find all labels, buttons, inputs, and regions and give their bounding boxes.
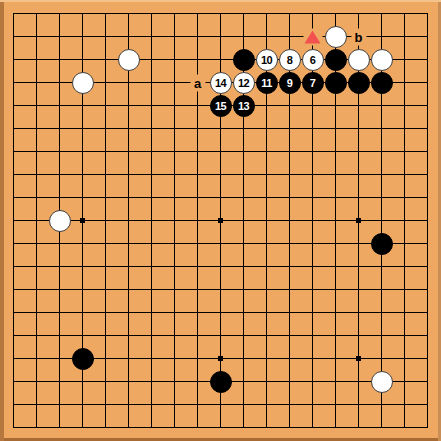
intersection-G8[interactable]	[140, 255, 163, 278]
intersection-S15[interactable]	[393, 94, 416, 117]
intersection-T3[interactable]	[416, 370, 439, 393]
intersection-J17[interactable]	[186, 48, 209, 71]
intersection-L3[interactable]	[232, 370, 255, 393]
intersection-D6[interactable]	[71, 301, 94, 324]
intersection-A8[interactable]	[2, 255, 25, 278]
intersection-E11[interactable]	[94, 186, 117, 209]
intersection-O18[interactable]	[301, 25, 324, 48]
intersection-L1[interactable]	[232, 416, 255, 439]
intersection-C13[interactable]	[48, 140, 71, 163]
intersection-T18[interactable]	[416, 25, 439, 48]
intersection-T12[interactable]	[416, 163, 439, 186]
intersection-P8[interactable]	[324, 255, 347, 278]
intersection-M2[interactable]	[255, 393, 278, 416]
intersection-K14[interactable]	[209, 117, 232, 140]
intersection-Q5[interactable]	[347, 324, 370, 347]
intersection-R2[interactable]	[370, 393, 393, 416]
intersection-B2[interactable]	[25, 393, 48, 416]
intersection-H8[interactable]	[163, 255, 186, 278]
intersection-E9[interactable]	[94, 232, 117, 255]
intersection-G4[interactable]	[140, 347, 163, 370]
intersection-T6[interactable]	[416, 301, 439, 324]
intersection-F7[interactable]	[117, 278, 140, 301]
intersection-J15[interactable]	[186, 94, 209, 117]
intersection-E8[interactable]	[94, 255, 117, 278]
intersection-H13[interactable]	[163, 140, 186, 163]
intersection-F15[interactable]	[117, 94, 140, 117]
intersection-O14[interactable]	[301, 117, 324, 140]
intersection-M9[interactable]	[255, 232, 278, 255]
intersection-A17[interactable]	[2, 48, 25, 71]
intersection-S11[interactable]	[393, 186, 416, 209]
intersection-A15[interactable]	[2, 94, 25, 117]
intersection-N15[interactable]	[278, 94, 301, 117]
intersection-P4[interactable]	[324, 347, 347, 370]
intersection-T19[interactable]	[416, 2, 439, 25]
intersection-N13[interactable]	[278, 140, 301, 163]
intersection-M14[interactable]	[255, 117, 278, 140]
intersection-P5[interactable]	[324, 324, 347, 347]
intersection-K6[interactable]	[209, 301, 232, 324]
intersection-E13[interactable]	[94, 140, 117, 163]
intersection-H14[interactable]	[163, 117, 186, 140]
intersection-F6[interactable]	[117, 301, 140, 324]
intersection-P13[interactable]	[324, 140, 347, 163]
intersection-K9[interactable]	[209, 232, 232, 255]
intersection-D5[interactable]	[71, 324, 94, 347]
intersection-F5[interactable]	[117, 324, 140, 347]
intersection-J8[interactable]	[186, 255, 209, 278]
intersection-H15[interactable]	[163, 94, 186, 117]
intersection-Q10[interactable]	[347, 209, 370, 232]
intersection-F13[interactable]	[117, 140, 140, 163]
intersection-P6[interactable]	[324, 301, 347, 324]
intersection-D10[interactable]	[71, 209, 94, 232]
intersection-J11[interactable]	[186, 186, 209, 209]
intersection-J12[interactable]	[186, 163, 209, 186]
intersection-N18[interactable]	[278, 25, 301, 48]
intersection-K7[interactable]	[209, 278, 232, 301]
intersection-P9[interactable]	[324, 232, 347, 255]
intersection-T9[interactable]	[416, 232, 439, 255]
intersection-K11[interactable]	[209, 186, 232, 209]
intersection-J2[interactable]	[186, 393, 209, 416]
intersection-C16[interactable]	[48, 71, 71, 94]
intersection-T10[interactable]	[416, 209, 439, 232]
intersection-L9[interactable]	[232, 232, 255, 255]
intersection-A7[interactable]	[2, 278, 25, 301]
intersection-H16[interactable]	[163, 71, 186, 94]
intersection-O1[interactable]	[301, 416, 324, 439]
intersection-O8[interactable]	[301, 255, 324, 278]
intersection-H12[interactable]	[163, 163, 186, 186]
intersection-S3[interactable]	[393, 370, 416, 393]
intersection-A6[interactable]	[2, 301, 25, 324]
intersection-T7[interactable]	[416, 278, 439, 301]
intersection-F2[interactable]	[117, 393, 140, 416]
intersection-Q15[interactable]	[347, 94, 370, 117]
intersection-F14[interactable]	[117, 117, 140, 140]
intersection-K12[interactable]	[209, 163, 232, 186]
intersection-K13[interactable]	[209, 140, 232, 163]
intersection-R18[interactable]	[370, 25, 393, 48]
intersection-G15[interactable]	[140, 94, 163, 117]
intersection-K4[interactable]	[209, 347, 232, 370]
intersection-D17[interactable]	[71, 48, 94, 71]
intersection-M3[interactable]	[255, 370, 278, 393]
intersection-B9[interactable]	[25, 232, 48, 255]
intersection-A11[interactable]	[2, 186, 25, 209]
intersection-A3[interactable]	[2, 370, 25, 393]
intersection-C18[interactable]	[48, 25, 71, 48]
intersection-D15[interactable]	[71, 94, 94, 117]
intersection-N10[interactable]	[278, 209, 301, 232]
intersection-S10[interactable]	[393, 209, 416, 232]
intersection-H11[interactable]	[163, 186, 186, 209]
intersection-H10[interactable]	[163, 209, 186, 232]
intersection-J7[interactable]	[186, 278, 209, 301]
intersection-D12[interactable]	[71, 163, 94, 186]
intersection-T15[interactable]	[416, 94, 439, 117]
intersection-E7[interactable]	[94, 278, 117, 301]
intersection-G7[interactable]	[140, 278, 163, 301]
intersection-B1[interactable]	[25, 416, 48, 439]
intersection-E17[interactable]	[94, 48, 117, 71]
intersection-D19[interactable]	[71, 2, 94, 25]
intersection-S13[interactable]	[393, 140, 416, 163]
intersection-F8[interactable]	[117, 255, 140, 278]
intersection-B11[interactable]	[25, 186, 48, 209]
intersection-L4[interactable]	[232, 347, 255, 370]
intersection-O5[interactable]	[301, 324, 324, 347]
intersection-A13[interactable]	[2, 140, 25, 163]
intersection-B19[interactable]	[25, 2, 48, 25]
intersection-J18[interactable]	[186, 25, 209, 48]
intersection-H2[interactable]	[163, 393, 186, 416]
intersection-N6[interactable]	[278, 301, 301, 324]
intersection-N11[interactable]	[278, 186, 301, 209]
intersection-H4[interactable]	[163, 347, 186, 370]
intersection-S2[interactable]	[393, 393, 416, 416]
intersection-Q12[interactable]	[347, 163, 370, 186]
intersection-H9[interactable]	[163, 232, 186, 255]
intersection-L12[interactable]	[232, 163, 255, 186]
intersection-Q1[interactable]	[347, 416, 370, 439]
intersection-E10[interactable]	[94, 209, 117, 232]
intersection-Q7[interactable]	[347, 278, 370, 301]
intersection-G9[interactable]	[140, 232, 163, 255]
intersection-A12[interactable]	[2, 163, 25, 186]
intersection-C4[interactable]	[48, 347, 71, 370]
intersection-L2[interactable]	[232, 393, 255, 416]
intersection-D18[interactable]	[71, 25, 94, 48]
intersection-G1[interactable]	[140, 416, 163, 439]
intersection-S16[interactable]	[393, 71, 416, 94]
intersection-C5[interactable]	[48, 324, 71, 347]
intersection-J6[interactable]	[186, 301, 209, 324]
intersection-K1[interactable]	[209, 416, 232, 439]
intersection-N2[interactable]	[278, 393, 301, 416]
intersection-Q9[interactable]	[347, 232, 370, 255]
intersection-L19[interactable]	[232, 2, 255, 25]
intersection-Q4[interactable]	[347, 347, 370, 370]
intersection-S5[interactable]	[393, 324, 416, 347]
intersection-D8[interactable]	[71, 255, 94, 278]
intersection-E2[interactable]	[94, 393, 117, 416]
intersection-T14[interactable]	[416, 117, 439, 140]
intersection-N1[interactable]	[278, 416, 301, 439]
intersection-S1[interactable]	[393, 416, 416, 439]
intersection-C9[interactable]	[48, 232, 71, 255]
intersection-Q18[interactable]: b	[347, 25, 370, 48]
intersection-M12[interactable]	[255, 163, 278, 186]
intersection-C6[interactable]	[48, 301, 71, 324]
intersection-Q13[interactable]	[347, 140, 370, 163]
intersection-F3[interactable]	[117, 370, 140, 393]
intersection-H19[interactable]	[163, 2, 186, 25]
intersection-R12[interactable]	[370, 163, 393, 186]
intersection-R10[interactable]	[370, 209, 393, 232]
intersection-S7[interactable]	[393, 278, 416, 301]
intersection-C2[interactable]	[48, 393, 71, 416]
intersection-E4[interactable]	[94, 347, 117, 370]
intersection-O10[interactable]	[301, 209, 324, 232]
intersection-P2[interactable]	[324, 393, 347, 416]
intersection-A14[interactable]	[2, 117, 25, 140]
intersection-L11[interactable]	[232, 186, 255, 209]
intersection-C14[interactable]	[48, 117, 71, 140]
intersection-P11[interactable]	[324, 186, 347, 209]
intersection-B13[interactable]	[25, 140, 48, 163]
intersection-G14[interactable]	[140, 117, 163, 140]
intersection-G12[interactable]	[140, 163, 163, 186]
intersection-B17[interactable]	[25, 48, 48, 71]
intersection-O6[interactable]	[301, 301, 324, 324]
intersection-J5[interactable]	[186, 324, 209, 347]
intersection-C15[interactable]	[48, 94, 71, 117]
intersection-O11[interactable]	[301, 186, 324, 209]
intersection-R7[interactable]	[370, 278, 393, 301]
intersection-B15[interactable]	[25, 94, 48, 117]
intersection-G16[interactable]	[140, 71, 163, 94]
intersection-T13[interactable]	[416, 140, 439, 163]
intersection-P12[interactable]	[324, 163, 347, 186]
intersection-F1[interactable]	[117, 416, 140, 439]
intersection-L5[interactable]	[232, 324, 255, 347]
intersection-J9[interactable]	[186, 232, 209, 255]
intersection-M15[interactable]	[255, 94, 278, 117]
intersection-L14[interactable]	[232, 117, 255, 140]
intersection-F18[interactable]	[117, 25, 140, 48]
intersection-M18[interactable]	[255, 25, 278, 48]
intersection-J3[interactable]	[186, 370, 209, 393]
intersection-A4[interactable]	[2, 347, 25, 370]
intersection-A10[interactable]	[2, 209, 25, 232]
intersection-M11[interactable]	[255, 186, 278, 209]
intersection-J14[interactable]	[186, 117, 209, 140]
intersection-T8[interactable]	[416, 255, 439, 278]
intersection-B6[interactable]	[25, 301, 48, 324]
intersection-G17[interactable]	[140, 48, 163, 71]
intersection-E6[interactable]	[94, 301, 117, 324]
intersection-E1[interactable]	[94, 416, 117, 439]
intersection-G13[interactable]	[140, 140, 163, 163]
intersection-M13[interactable]	[255, 140, 278, 163]
intersection-K5[interactable]	[209, 324, 232, 347]
intersection-J1[interactable]	[186, 416, 209, 439]
intersection-N4[interactable]	[278, 347, 301, 370]
intersection-O2[interactable]	[301, 393, 324, 416]
intersection-M6[interactable]	[255, 301, 278, 324]
intersection-R11[interactable]	[370, 186, 393, 209]
intersection-D11[interactable]	[71, 186, 94, 209]
intersection-F12[interactable]	[117, 163, 140, 186]
intersection-T16[interactable]	[416, 71, 439, 94]
intersection-R1[interactable]	[370, 416, 393, 439]
intersection-P19[interactable]	[324, 2, 347, 25]
intersection-P15[interactable]	[324, 94, 347, 117]
intersection-C12[interactable]	[48, 163, 71, 186]
intersection-A19[interactable]	[2, 2, 25, 25]
intersection-B16[interactable]	[25, 71, 48, 94]
intersection-B18[interactable]	[25, 25, 48, 48]
intersection-S8[interactable]	[393, 255, 416, 278]
intersection-B10[interactable]	[25, 209, 48, 232]
intersection-T1[interactable]	[416, 416, 439, 439]
intersection-S9[interactable]	[393, 232, 416, 255]
intersection-A2[interactable]	[2, 393, 25, 416]
intersection-R6[interactable]	[370, 301, 393, 324]
intersection-E12[interactable]	[94, 163, 117, 186]
intersection-H17[interactable]	[163, 48, 186, 71]
intersection-T5[interactable]	[416, 324, 439, 347]
intersection-J10[interactable]	[186, 209, 209, 232]
intersection-L18[interactable]	[232, 25, 255, 48]
intersection-N8[interactable]	[278, 255, 301, 278]
intersection-R5[interactable]	[370, 324, 393, 347]
intersection-G5[interactable]	[140, 324, 163, 347]
intersection-S12[interactable]	[393, 163, 416, 186]
intersection-G19[interactable]	[140, 2, 163, 25]
intersection-H1[interactable]	[163, 416, 186, 439]
intersection-S19[interactable]	[393, 2, 416, 25]
intersection-L13[interactable]	[232, 140, 255, 163]
intersection-Q14[interactable]	[347, 117, 370, 140]
intersection-E15[interactable]	[94, 94, 117, 117]
intersection-O3[interactable]	[301, 370, 324, 393]
intersection-T17[interactable]	[416, 48, 439, 71]
intersection-E16[interactable]	[94, 71, 117, 94]
intersection-G18[interactable]	[140, 25, 163, 48]
intersection-D1[interactable]	[71, 416, 94, 439]
intersection-D2[interactable]	[71, 393, 94, 416]
intersection-O15[interactable]	[301, 94, 324, 117]
intersection-K8[interactable]	[209, 255, 232, 278]
intersection-K17[interactable]	[209, 48, 232, 71]
intersection-E18[interactable]	[94, 25, 117, 48]
intersection-C7[interactable]	[48, 278, 71, 301]
intersection-D3[interactable]	[71, 370, 94, 393]
intersection-G2[interactable]	[140, 393, 163, 416]
intersection-C19[interactable]	[48, 2, 71, 25]
intersection-R15[interactable]	[370, 94, 393, 117]
intersection-M8[interactable]	[255, 255, 278, 278]
intersection-O7[interactable]	[301, 278, 324, 301]
intersection-J19[interactable]	[186, 2, 209, 25]
intersection-F4[interactable]	[117, 347, 140, 370]
intersection-G11[interactable]	[140, 186, 163, 209]
intersection-N14[interactable]	[278, 117, 301, 140]
intersection-Q8[interactable]	[347, 255, 370, 278]
intersection-Q3[interactable]	[347, 370, 370, 393]
intersection-D7[interactable]	[71, 278, 94, 301]
intersection-B12[interactable]	[25, 163, 48, 186]
intersection-L7[interactable]	[232, 278, 255, 301]
intersection-S6[interactable]	[393, 301, 416, 324]
intersection-F9[interactable]	[117, 232, 140, 255]
intersection-S17[interactable]	[393, 48, 416, 71]
intersection-R8[interactable]	[370, 255, 393, 278]
intersection-L6[interactable]	[232, 301, 255, 324]
intersection-J4[interactable]	[186, 347, 209, 370]
intersection-D9[interactable]	[71, 232, 94, 255]
intersection-G6[interactable]	[140, 301, 163, 324]
intersection-O19[interactable]	[301, 2, 324, 25]
intersection-B14[interactable]	[25, 117, 48, 140]
intersection-N3[interactable]	[278, 370, 301, 393]
intersection-B5[interactable]	[25, 324, 48, 347]
intersection-R19[interactable]	[370, 2, 393, 25]
intersection-K2[interactable]	[209, 393, 232, 416]
intersection-L8[interactable]	[232, 255, 255, 278]
intersection-P10[interactable]	[324, 209, 347, 232]
intersection-P14[interactable]	[324, 117, 347, 140]
intersection-F11[interactable]	[117, 186, 140, 209]
intersection-C1[interactable]	[48, 416, 71, 439]
intersection-N19[interactable]	[278, 2, 301, 25]
intersection-M19[interactable]	[255, 2, 278, 25]
intersection-P3[interactable]	[324, 370, 347, 393]
intersection-K19[interactable]	[209, 2, 232, 25]
intersection-F16[interactable]	[117, 71, 140, 94]
intersection-M1[interactable]	[255, 416, 278, 439]
intersection-F10[interactable]	[117, 209, 140, 232]
intersection-G10[interactable]	[140, 209, 163, 232]
intersection-K10[interactable]	[209, 209, 232, 232]
intersection-B8[interactable]	[25, 255, 48, 278]
intersection-O4[interactable]	[301, 347, 324, 370]
intersection-C11[interactable]	[48, 186, 71, 209]
intersection-F19[interactable]	[117, 2, 140, 25]
intersection-B3[interactable]	[25, 370, 48, 393]
intersection-Q6[interactable]	[347, 301, 370, 324]
intersection-N5[interactable]	[278, 324, 301, 347]
intersection-Q11[interactable]	[347, 186, 370, 209]
intersection-R14[interactable]	[370, 117, 393, 140]
intersection-Q2[interactable]	[347, 393, 370, 416]
intersection-D14[interactable]	[71, 117, 94, 140]
intersection-O13[interactable]	[301, 140, 324, 163]
intersection-H7[interactable]	[163, 278, 186, 301]
intersection-G3[interactable]	[140, 370, 163, 393]
intersection-D13[interactable]	[71, 140, 94, 163]
intersection-M4[interactable]	[255, 347, 278, 370]
intersection-E3[interactable]	[94, 370, 117, 393]
intersection-M7[interactable]	[255, 278, 278, 301]
intersection-S18[interactable]	[393, 25, 416, 48]
intersection-R13[interactable]	[370, 140, 393, 163]
intersection-L10[interactable]	[232, 209, 255, 232]
